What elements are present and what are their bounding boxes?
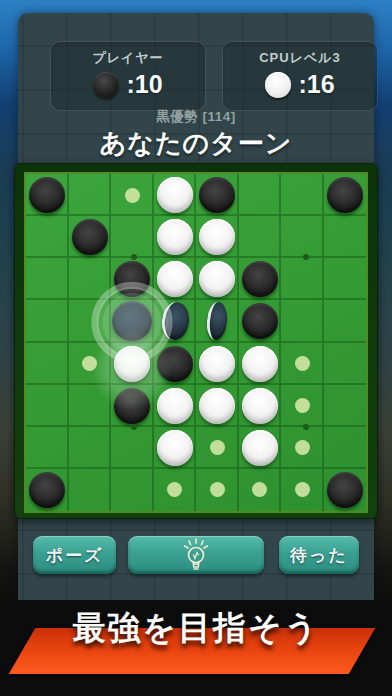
cell-c4[interactable] bbox=[111, 300, 154, 342]
cell-a3[interactable] bbox=[26, 258, 69, 300]
white-disc bbox=[199, 388, 235, 424]
cell-d7[interactable] bbox=[154, 427, 197, 469]
black-disc bbox=[199, 177, 235, 213]
legal-move-hint-dot bbox=[82, 356, 97, 371]
white-disc bbox=[157, 261, 193, 297]
white-disc bbox=[242, 346, 278, 382]
cell-e2[interactable] bbox=[196, 216, 239, 258]
board-star-dot bbox=[303, 254, 309, 260]
pause-button[interactable]: ポーズ bbox=[33, 536, 116, 574]
legal-move-hint-dot bbox=[210, 440, 225, 455]
cell-b7[interactable] bbox=[69, 427, 112, 469]
cell-b8[interactable] bbox=[69, 469, 112, 511]
cell-f4[interactable] bbox=[239, 300, 282, 342]
cell-c1[interactable] bbox=[111, 174, 154, 216]
black-disc bbox=[242, 261, 278, 297]
cell-a1[interactable] bbox=[26, 174, 69, 216]
cell-f6[interactable] bbox=[239, 385, 282, 427]
white-disc bbox=[157, 388, 193, 424]
cell-f2[interactable] bbox=[239, 216, 282, 258]
cell-b3[interactable] bbox=[69, 258, 112, 300]
cell-h7[interactable] bbox=[324, 427, 367, 469]
cell-b2[interactable] bbox=[69, 216, 112, 258]
white-disc bbox=[199, 346, 235, 382]
cell-e7[interactable] bbox=[196, 427, 239, 469]
lightbulb-icon bbox=[180, 538, 212, 572]
cell-g4[interactable] bbox=[281, 300, 324, 342]
cell-g6[interactable] bbox=[281, 385, 324, 427]
cell-c5[interactable] bbox=[111, 343, 154, 385]
undo-button-label: 待った bbox=[290, 544, 348, 567]
cell-e8[interactable] bbox=[196, 469, 239, 511]
cell-b5[interactable] bbox=[69, 343, 112, 385]
board-star-dot bbox=[131, 254, 137, 260]
white-disc bbox=[157, 219, 193, 255]
cell-h8[interactable] bbox=[324, 469, 367, 511]
cell-d4[interactable] bbox=[154, 300, 197, 342]
board-grid bbox=[24, 172, 368, 513]
black-disc bbox=[242, 303, 278, 339]
white-disc bbox=[242, 388, 278, 424]
flipping-disc bbox=[112, 301, 152, 341]
white-disc bbox=[157, 430, 193, 466]
cell-a8[interactable] bbox=[26, 469, 69, 511]
player-score-value: :10 bbox=[126, 70, 162, 99]
turn-indicator: あなたのターン bbox=[0, 126, 392, 161]
cell-a4[interactable] bbox=[26, 300, 69, 342]
black-disc bbox=[114, 261, 150, 297]
cell-c2[interactable] bbox=[111, 216, 154, 258]
cell-f7[interactable] bbox=[239, 427, 282, 469]
pause-button-label: ポーズ bbox=[46, 544, 104, 567]
white-disc bbox=[242, 430, 278, 466]
white-disc bbox=[157, 177, 193, 213]
cell-c3[interactable] bbox=[111, 258, 154, 300]
evaluation-text: 黒優勢 [114] bbox=[0, 108, 392, 126]
white-disc bbox=[199, 261, 235, 297]
cell-h1[interactable] bbox=[324, 174, 367, 216]
legal-move-hint-dot bbox=[295, 356, 310, 371]
cell-d1[interactable] bbox=[154, 174, 197, 216]
cell-f1[interactable] bbox=[239, 174, 282, 216]
legal-move-hint-dot bbox=[125, 188, 140, 203]
cell-b6[interactable] bbox=[69, 385, 112, 427]
hint-button[interactable] bbox=[128, 536, 264, 574]
cell-h3[interactable] bbox=[324, 258, 367, 300]
cell-d2[interactable] bbox=[154, 216, 197, 258]
legal-move-hint-dot bbox=[295, 482, 310, 497]
player-black-disc-icon bbox=[93, 72, 119, 98]
black-disc bbox=[114, 388, 150, 424]
cell-g2[interactable] bbox=[281, 216, 324, 258]
cell-d3[interactable] bbox=[154, 258, 197, 300]
cell-g1[interactable] bbox=[281, 174, 324, 216]
cell-f8[interactable] bbox=[239, 469, 282, 511]
cell-g7[interactable] bbox=[281, 427, 324, 469]
cell-a7[interactable] bbox=[26, 427, 69, 469]
app-screen: プレイヤー :10 CPUレベル3 :16 黒優勢 [114] あなたのターン … bbox=[0, 0, 392, 696]
cell-d5[interactable] bbox=[154, 343, 197, 385]
cell-e1[interactable] bbox=[196, 174, 239, 216]
player-score-card: プレイヤー :10 bbox=[50, 41, 206, 111]
black-disc bbox=[327, 177, 363, 213]
cell-g8[interactable] bbox=[281, 469, 324, 511]
cell-c8[interactable] bbox=[111, 469, 154, 511]
cell-h2[interactable] bbox=[324, 216, 367, 258]
black-disc bbox=[29, 472, 65, 508]
cell-e5[interactable] bbox=[196, 343, 239, 385]
black-disc bbox=[157, 346, 193, 382]
cpu-score-value: :16 bbox=[298, 70, 334, 99]
black-disc bbox=[29, 177, 65, 213]
legal-move-hint-dot bbox=[295, 398, 310, 413]
cell-c6[interactable] bbox=[111, 385, 154, 427]
cell-e6[interactable] bbox=[196, 385, 239, 427]
cell-g5[interactable] bbox=[281, 343, 324, 385]
cell-a5[interactable] bbox=[26, 343, 69, 385]
flipping-disc bbox=[206, 302, 229, 342]
cell-b1[interactable] bbox=[69, 174, 112, 216]
flipping-disc bbox=[160, 301, 191, 342]
cpu-white-disc-icon bbox=[265, 72, 291, 98]
legal-move-hint-dot bbox=[210, 482, 225, 497]
legal-move-hint-dot bbox=[167, 482, 182, 497]
cell-e3[interactable] bbox=[196, 258, 239, 300]
cell-g3[interactable] bbox=[281, 258, 324, 300]
black-disc bbox=[327, 472, 363, 508]
player-name-label: プレイヤー bbox=[51, 49, 205, 67]
cell-a2[interactable] bbox=[26, 216, 69, 258]
board-star-dot bbox=[303, 424, 309, 430]
cell-h4[interactable] bbox=[324, 300, 367, 342]
cpu-score-card: CPUレベル3 :16 bbox=[222, 41, 378, 111]
legal-move-hint-dot bbox=[295, 440, 310, 455]
cell-d8[interactable] bbox=[154, 469, 197, 511]
cell-f3[interactable] bbox=[239, 258, 282, 300]
cell-d6[interactable] bbox=[154, 385, 197, 427]
white-disc bbox=[199, 219, 235, 255]
cell-h6[interactable] bbox=[324, 385, 367, 427]
cell-a6[interactable] bbox=[26, 385, 69, 427]
cell-f5[interactable] bbox=[239, 343, 282, 385]
black-disc bbox=[72, 219, 108, 255]
ad-banner[interactable]: 最強を目指そう bbox=[0, 600, 392, 696]
legal-move-hint-dot bbox=[252, 482, 267, 497]
cell-c7[interactable] bbox=[111, 427, 154, 469]
ad-banner-text: 最強を目指そう bbox=[0, 606, 392, 651]
white-disc bbox=[114, 346, 150, 382]
cpu-name-label: CPUレベル3 bbox=[223, 49, 377, 67]
cell-b4[interactable] bbox=[69, 300, 112, 342]
cell-e4[interactable] bbox=[196, 300, 239, 342]
board-star-dot bbox=[131, 424, 137, 430]
undo-button[interactable]: 待った bbox=[279, 536, 359, 574]
cell-h5[interactable] bbox=[324, 343, 367, 385]
